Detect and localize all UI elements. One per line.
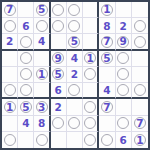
given-digit: 5 bbox=[103, 53, 110, 64]
given-digit: 7 bbox=[136, 118, 143, 129]
given-digit: 5 bbox=[71, 36, 78, 47]
odd-marker-circle bbox=[20, 52, 32, 64]
cell-r4c6[interactable]: 1 bbox=[83, 51, 99, 67]
cell-r5c3[interactable]: 1 bbox=[34, 67, 50, 83]
cell-r2c9[interactable] bbox=[132, 18, 148, 34]
given-digit: 1 bbox=[6, 102, 13, 113]
cell-r6c7[interactable]: 4 bbox=[99, 83, 115, 99]
cell-r9c2[interactable] bbox=[18, 132, 34, 148]
cell-r6c4[interactable]: 6 bbox=[51, 83, 67, 99]
odd-marker-circle bbox=[20, 84, 32, 96]
cell-r2c1[interactable] bbox=[2, 18, 18, 34]
cell-r4c4[interactable]: 9 bbox=[51, 51, 67, 67]
given-digit: 8 bbox=[103, 21, 110, 32]
cell-r3c2[interactable] bbox=[18, 34, 34, 50]
given-digit: 2 bbox=[6, 36, 13, 47]
odd-marker-circle bbox=[36, 20, 48, 32]
cell-r7c1[interactable]: 1 bbox=[2, 99, 18, 115]
given-digit: 7 bbox=[103, 102, 110, 113]
cell-r4c3[interactable] bbox=[34, 51, 50, 67]
odd-marker-circle bbox=[36, 134, 48, 146]
cell-r4c9[interactable] bbox=[132, 51, 148, 67]
cell-r9c3[interactable] bbox=[34, 132, 50, 148]
cell-r3c1[interactable]: 2 bbox=[2, 34, 18, 50]
cell-r9c5[interactable] bbox=[67, 132, 83, 148]
odd-marker-circle bbox=[20, 36, 32, 48]
odd-marker-circle bbox=[52, 20, 64, 32]
odd-marker-circle bbox=[52, 117, 64, 129]
odd-marker-circle bbox=[20, 68, 32, 80]
cell-r5c9[interactable] bbox=[132, 67, 148, 83]
cell-r8c6[interactable] bbox=[83, 116, 99, 132]
odd-marker-circle bbox=[117, 52, 129, 64]
cell-r8c7[interactable] bbox=[99, 116, 115, 132]
cell-r2c2[interactable]: 6 bbox=[18, 18, 34, 34]
cell-r9c9[interactable]: 1 bbox=[132, 132, 148, 148]
cell-r2c5[interactable] bbox=[67, 18, 83, 34]
cell-r3c3[interactable]: 4 bbox=[34, 34, 50, 50]
cell-r1c1[interactable]: 7 bbox=[2, 2, 18, 18]
cell-r3c6[interactable] bbox=[83, 34, 99, 50]
given-digit: 7 bbox=[103, 36, 110, 47]
cell-r4c8[interactable] bbox=[116, 51, 132, 67]
odd-marker-circle bbox=[68, 117, 80, 129]
cell-r9c6[interactable] bbox=[83, 132, 99, 148]
odd-marker-circle bbox=[117, 84, 129, 96]
cell-r9c4[interactable] bbox=[51, 132, 67, 148]
cell-r5c1[interactable] bbox=[2, 67, 18, 83]
cell-r4c5[interactable]: 4 bbox=[67, 51, 83, 67]
cell-r7c2[interactable]: 5 bbox=[18, 99, 34, 115]
cell-r9c1[interactable] bbox=[2, 132, 18, 148]
cell-r5c7[interactable] bbox=[99, 67, 115, 83]
cell-r7c6[interactable] bbox=[83, 99, 99, 115]
cell-r8c4[interactable] bbox=[51, 116, 67, 132]
cell-r2c4[interactable] bbox=[51, 18, 67, 34]
cell-r3c5[interactable]: 5 bbox=[67, 34, 83, 50]
cell-r6c9[interactable] bbox=[132, 83, 148, 99]
cell-r7c5[interactable] bbox=[67, 99, 83, 115]
given-digit: 1 bbox=[103, 4, 110, 15]
given-digit: 2 bbox=[71, 69, 78, 80]
cell-r8c2[interactable]: 4 bbox=[18, 116, 34, 132]
odd-marker-circle bbox=[68, 84, 80, 96]
cell-r2c3[interactable] bbox=[34, 18, 50, 34]
odd-marker-circle bbox=[4, 84, 16, 96]
cell-r9c7[interactable] bbox=[99, 132, 115, 148]
cell-r7c4[interactable]: 2 bbox=[51, 99, 67, 115]
cell-r4c1[interactable] bbox=[2, 51, 18, 67]
cell-r8c5[interactable] bbox=[67, 116, 83, 132]
odd-marker-circle bbox=[84, 101, 96, 113]
cell-r1c9[interactable] bbox=[132, 2, 148, 18]
cell-r6c3[interactable] bbox=[34, 83, 50, 99]
given-digit: 3 bbox=[38, 102, 45, 113]
given-digit: 4 bbox=[38, 36, 45, 47]
odd-marker-circle bbox=[4, 20, 16, 32]
odd-marker-circle bbox=[134, 20, 146, 32]
given-digit: 8 bbox=[38, 118, 45, 129]
cell-r1c4[interactable] bbox=[51, 2, 67, 18]
cell-r1c7[interactable]: 1 bbox=[99, 2, 115, 18]
sudoku-board: 751682245799415152641532748761 bbox=[0, 0, 150, 150]
given-digit: 9 bbox=[120, 36, 127, 47]
cell-r6c6[interactable] bbox=[83, 83, 99, 99]
cell-r2c6[interactable] bbox=[83, 18, 99, 34]
cell-r9c8[interactable]: 6 bbox=[116, 132, 132, 148]
cell-r7c3[interactable]: 3 bbox=[34, 99, 50, 115]
given-digit: 5 bbox=[22, 102, 29, 113]
cell-r2c7[interactable]: 8 bbox=[99, 18, 115, 34]
cell-r5c4[interactable]: 5 bbox=[51, 67, 67, 83]
given-digit: 4 bbox=[103, 85, 110, 96]
odd-marker-circle bbox=[134, 36, 146, 48]
given-digit: 1 bbox=[136, 135, 143, 146]
cell-r5c6[interactable] bbox=[83, 67, 99, 83]
given-digit: 9 bbox=[55, 53, 62, 64]
odd-marker-circle bbox=[52, 4, 64, 16]
cell-r3c8[interactable]: 9 bbox=[116, 34, 132, 50]
given-digit: 2 bbox=[55, 102, 62, 113]
cell-r5c2[interactable] bbox=[18, 67, 34, 83]
odd-marker-circle bbox=[84, 68, 96, 80]
cell-r4c7[interactable]: 5 bbox=[99, 51, 115, 67]
given-digit: 2 bbox=[120, 21, 127, 32]
odd-marker-circle bbox=[117, 68, 129, 80]
cell-r3c4[interactable] bbox=[51, 34, 67, 50]
cell-r5c8[interactable] bbox=[116, 67, 132, 83]
cell-r3c7[interactable]: 7 bbox=[99, 34, 115, 50]
cell-r8c8[interactable] bbox=[116, 116, 132, 132]
cell-r6c8[interactable] bbox=[116, 83, 132, 99]
cell-r7c8[interactable] bbox=[116, 99, 132, 115]
given-digit: 4 bbox=[22, 118, 29, 129]
given-digit: 1 bbox=[38, 69, 45, 80]
cell-r5c5[interactable]: 2 bbox=[67, 67, 83, 83]
cell-r1c8[interactable] bbox=[116, 2, 132, 18]
odd-marker-circle bbox=[117, 117, 129, 129]
cell-r1c3[interactable]: 5 bbox=[34, 2, 50, 18]
given-digit: 7 bbox=[6, 4, 13, 15]
cell-r2c8[interactable]: 2 bbox=[116, 18, 132, 34]
given-digit: 6 bbox=[22, 21, 29, 32]
cell-r1c6[interactable] bbox=[83, 2, 99, 18]
given-digit: 4 bbox=[71, 53, 78, 64]
odd-marker-circle bbox=[84, 117, 96, 129]
cell-r8c9[interactable]: 7 bbox=[132, 116, 148, 132]
given-digit: 6 bbox=[120, 135, 127, 146]
given-digit: 1 bbox=[87, 53, 94, 64]
given-digit: 6 bbox=[55, 85, 62, 96]
odd-marker-circle bbox=[84, 134, 96, 146]
cell-r1c5[interactable] bbox=[67, 2, 83, 18]
cell-r8c1[interactable] bbox=[2, 116, 18, 132]
odd-marker-circle bbox=[134, 84, 146, 96]
cell-r6c1[interactable] bbox=[2, 83, 18, 99]
odd-marker-circle bbox=[4, 134, 16, 146]
cell-r1c2[interactable] bbox=[18, 2, 34, 18]
cell-r4c2[interactable] bbox=[18, 51, 34, 67]
given-digit: 5 bbox=[55, 69, 62, 80]
odd-marker-circle bbox=[68, 20, 80, 32]
cell-r8c3[interactable]: 8 bbox=[34, 116, 50, 132]
cell-r6c2[interactable] bbox=[18, 83, 34, 99]
cell-r7c7[interactable]: 7 bbox=[99, 99, 115, 115]
odd-marker-circle bbox=[68, 4, 80, 16]
odd-marker-circle bbox=[101, 134, 113, 146]
cell-r6c5[interactable] bbox=[67, 83, 83, 99]
cell-r3c9[interactable] bbox=[132, 34, 148, 50]
given-digit: 5 bbox=[38, 4, 45, 15]
cell-r7c9[interactable] bbox=[132, 99, 148, 115]
